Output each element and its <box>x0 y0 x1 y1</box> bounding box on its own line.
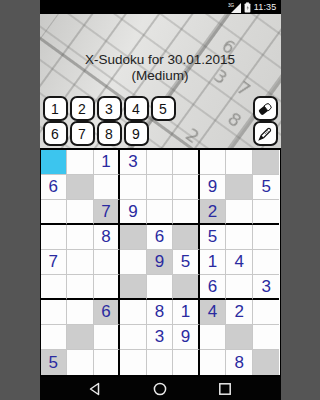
digit-button-2[interactable]: 2 <box>70 96 95 121</box>
cell-r2c6[interactable]: 2 <box>200 200 227 225</box>
status-bar: 3G 11:35 <box>40 0 281 14</box>
cell-r6c5[interactable]: 1 <box>173 300 200 325</box>
cell-r7c1[interactable] <box>67 325 94 350</box>
cell-r8c0[interactable]: 5 <box>41 350 68 375</box>
digit-button-6[interactable]: 6 <box>43 121 68 146</box>
cell-r2c0[interactable] <box>41 200 68 225</box>
cell-r7c3[interactable] <box>120 325 147 350</box>
cell-r5c1[interactable] <box>67 275 94 300</box>
digit-button-5[interactable]: 5 <box>151 96 176 121</box>
cell-r4c8[interactable] <box>253 250 280 275</box>
cell-r7c2[interactable] <box>94 325 121 350</box>
signal-3g-icon: 3G <box>228 2 241 13</box>
pencil-icon <box>256 125 274 143</box>
cell-r5c2[interactable] <box>94 275 121 300</box>
cell-r7c5[interactable]: 9 <box>173 325 200 350</box>
cell-r3c0[interactable] <box>41 225 68 250</box>
cell-r6c0[interactable] <box>41 300 68 325</box>
cell-r7c7[interactable] <box>226 325 253 350</box>
title-line2: (Medium) <box>40 68 281 84</box>
cell-r8c5[interactable] <box>173 350 200 375</box>
title-line1: X-Sudoku for 30.01.2015 <box>40 52 281 68</box>
cell-r3c4[interactable]: 6 <box>147 225 174 250</box>
cell-r4c5[interactable]: 5 <box>173 250 200 275</box>
cell-r0c3[interactable]: 3 <box>120 150 147 175</box>
cell-r2c2[interactable]: 7 <box>94 200 121 225</box>
cell-r4c6[interactable]: 1 <box>200 250 227 275</box>
cell-r4c1[interactable] <box>67 250 94 275</box>
cell-r0c5[interactable] <box>173 150 200 175</box>
cell-r1c6[interactable]: 9 <box>200 175 227 200</box>
cell-r0c2[interactable]: 1 <box>94 150 121 175</box>
cell-r7c4[interactable]: 3 <box>147 325 174 350</box>
cell-r8c2[interactable] <box>94 350 121 375</box>
digit-button-9[interactable]: 9 <box>124 121 149 146</box>
cell-r5c4[interactable] <box>147 275 174 300</box>
cell-r2c7[interactable] <box>226 200 253 225</box>
cell-r3c8[interactable] <box>253 225 280 250</box>
pencil-button[interactable] <box>253 121 278 146</box>
cell-r0c6[interactable] <box>200 150 227 175</box>
cell-r6c3[interactable] <box>120 300 147 325</box>
header: 63782 X-Sudoku for 30.01.2015 (Medium) 1… <box>40 14 281 148</box>
cell-r2c3[interactable]: 9 <box>120 200 147 225</box>
cell-r6c1[interactable] <box>67 300 94 325</box>
cell-r1c1[interactable] <box>67 175 94 200</box>
navigation-bar <box>40 377 281 400</box>
cell-r1c7[interactable] <box>226 175 253 200</box>
cell-r2c8[interactable] <box>253 200 280 225</box>
cell-r6c4[interactable]: 8 <box>147 300 174 325</box>
cell-r8c8[interactable] <box>253 350 280 375</box>
cell-r4c0[interactable]: 7 <box>41 250 68 275</box>
cell-r3c5[interactable] <box>173 225 200 250</box>
cell-r1c0[interactable]: 6 <box>41 175 68 200</box>
cell-r6c7[interactable]: 2 <box>226 300 253 325</box>
cell-r3c1[interactable] <box>67 225 94 250</box>
cell-r4c7[interactable]: 4 <box>226 250 253 275</box>
status-time: 11:35 <box>254 0 277 14</box>
back-button[interactable] <box>86 380 104 398</box>
cell-r2c5[interactable] <box>173 200 200 225</box>
cell-r5c8[interactable]: 3 <box>253 275 280 300</box>
cell-r0c8[interactable] <box>253 150 280 175</box>
cell-r1c3[interactable] <box>120 175 147 200</box>
cell-r7c6[interactable] <box>200 325 227 350</box>
cell-r8c4[interactable] <box>147 350 174 375</box>
cell-r1c5[interactable] <box>173 175 200 200</box>
cell-r4c4[interactable]: 9 <box>147 250 174 275</box>
cell-r0c4[interactable] <box>147 150 174 175</box>
cell-r6c8[interactable] <box>253 300 280 325</box>
svg-text:3G: 3G <box>228 3 235 8</box>
cell-r3c7[interactable] <box>226 225 253 250</box>
app-screen: 3G 11:35 63782 X-Sudoku for 30.01.2015 (… <box>40 0 281 400</box>
cell-r4c3[interactable] <box>120 250 147 275</box>
cell-r0c0[interactable] <box>41 150 68 175</box>
digit-button-3[interactable]: 3 <box>97 96 122 121</box>
cell-r3c2[interactable]: 8 <box>94 225 121 250</box>
home-button[interactable] <box>151 380 169 398</box>
cell-r0c1[interactable] <box>67 150 94 175</box>
cell-r5c6[interactable]: 6 <box>200 275 227 300</box>
cell-r8c6[interactable] <box>200 350 227 375</box>
cell-r1c4[interactable] <box>147 175 174 200</box>
digit-button-4[interactable]: 4 <box>124 96 149 121</box>
cell-r6c2[interactable]: 6 <box>94 300 121 325</box>
cell-r5c3[interactable] <box>120 275 147 300</box>
cell-r7c8[interactable] <box>253 325 280 350</box>
digit-button-8[interactable]: 8 <box>97 121 122 146</box>
cell-r2c1[interactable] <box>67 200 94 225</box>
cell-r2c4[interactable] <box>147 200 174 225</box>
page-title: X-Sudoku for 30.01.2015 (Medium) <box>40 52 281 84</box>
cell-r6c6[interactable]: 4 <box>200 300 227 325</box>
cell-r1c2[interactable] <box>94 175 121 200</box>
cell-r4c2[interactable] <box>94 250 121 275</box>
cell-r8c3[interactable] <box>120 350 147 375</box>
cell-r7c0[interactable] <box>41 325 68 350</box>
recents-button[interactable] <box>216 380 234 398</box>
eraser-button[interactable] <box>253 96 278 121</box>
cell-r3c3[interactable] <box>120 225 147 250</box>
digit-button-1[interactable]: 1 <box>43 96 68 121</box>
eraser-icon <box>256 100 274 118</box>
cell-r3c6[interactable]: 5 <box>200 225 227 250</box>
battery-icon <box>244 2 251 13</box>
cell-r1c8[interactable]: 5 <box>253 175 280 200</box>
sudoku-board: 136957928657951463681423958 <box>40 148 281 377</box>
cell-r5c7[interactable] <box>226 275 253 300</box>
cell-r0c7[interactable] <box>226 150 253 175</box>
cell-r5c5[interactable] <box>173 275 200 300</box>
digit-button-7[interactable]: 7 <box>70 121 95 146</box>
cell-r8c1[interactable] <box>67 350 94 375</box>
cell-r5c0[interactable] <box>41 275 68 300</box>
cell-r8c7[interactable]: 8 <box>226 350 253 375</box>
